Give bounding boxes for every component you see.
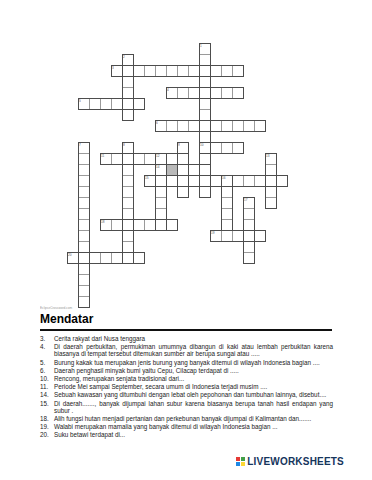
across-clue-list: 3.Cerita rakyat dari Nusa tenggara4.Di d… (40, 335, 333, 440)
clue-row: 11.Periode Mei sampai September, secara … (40, 383, 333, 390)
crossword-cell[interactable] (232, 87, 244, 99)
clue-row: 18.Alih fungsi hutan menjadi pertanian d… (40, 415, 333, 422)
clue-text: Walabi merupakan mamalia yang banyak dit… (54, 423, 333, 430)
clue-number: 11. (40, 383, 54, 390)
liveworksheets-logo-icon (236, 457, 245, 466)
clue-row: 4.Di daerah perbukitan, permukiman umumn… (40, 343, 333, 357)
watermark-text: EclipseCrossword.com (40, 306, 72, 309)
clue-number: 15. (40, 400, 54, 414)
crossword-cell[interactable] (177, 186, 189, 198)
clue-text: Rencong, merupakan senjata tradisional d… (54, 375, 333, 382)
clue-text: Burung kakak tua merupakan jenis burung … (54, 359, 333, 366)
clue-number: 3. (40, 335, 54, 342)
crossword-cell[interactable] (254, 120, 266, 132)
clue-number: 10. (40, 375, 54, 382)
clue-text: Sebuah kawasan yang ditumbuhi dengan leb… (54, 391, 333, 398)
clue-text: Alih fungsi hutan menjadi pertanian dan … (54, 415, 333, 422)
crossword-cell[interactable] (232, 142, 244, 154)
crossword-cell[interactable] (265, 197, 277, 209)
clue-text: Periode Mei sampai September, secara umu… (54, 383, 333, 390)
clue-number: 4. (40, 343, 54, 357)
crossword-cell[interactable] (232, 65, 244, 77)
clue-row: 10.Rencong, merupakan senjata tradisiona… (40, 375, 333, 382)
clue-number: 18. (40, 415, 54, 422)
clue-row: 15.Di daerah......., banyak dijumpai lah… (40, 400, 333, 414)
clue-row: 19.Walabi merupakan mamalia yang banyak … (40, 423, 333, 430)
crossword-cell[interactable] (254, 230, 266, 242)
crossword-cell[interactable] (78, 296, 90, 308)
clue-row: 14.Sebuah kawasan yang ditumbuhi dengan … (40, 391, 333, 398)
clue-number: 19. (40, 423, 54, 430)
section-heading-across: Mendatar (40, 312, 332, 331)
crossword-cell[interactable] (276, 175, 288, 187)
crossword-grid: 1234567891011121314151617181920 (0, 0, 372, 330)
crossword-cell[interactable] (133, 252, 145, 264)
clue-row: 5.Burung kakak tua merupakan jenis burun… (40, 359, 333, 366)
footer-brand[interactable]: LIVEWORKSHEETS (236, 456, 344, 467)
crossword-cell[interactable] (243, 252, 255, 264)
clue-text: Suku betawi terdapat di... (54, 431, 333, 438)
crossword-cell[interactable] (166, 219, 178, 231)
crossword-cell[interactable] (122, 109, 134, 121)
clue-number: 6. (40, 367, 54, 374)
worksheet-page: 1234567891011121314151617181920 EclipseC… (0, 0, 372, 480)
clue-row: 6.Daerah penghasil minyak bumi yaitu Cep… (40, 367, 333, 374)
clue-row: 3.Cerita rakyat dari Nusa tenggara (40, 335, 333, 342)
crossword-cell[interactable] (199, 186, 211, 198)
liveworksheets-logo-text: LIVEWORKSHEETS (247, 456, 344, 467)
clue-text: Di daerah perbukitan, permukiman umumnya… (54, 343, 333, 357)
clue-number: 20. (40, 431, 54, 438)
crossword-cell[interactable] (133, 98, 145, 110)
clue-text: Cerita rakyat dari Nusa tenggara (54, 335, 333, 342)
clue-number: 14. (40, 391, 54, 398)
clue-text: Daerah penghasil minyak bumi yaitu Cepu,… (54, 367, 333, 374)
clue-text: Di daerah......., banyak dijumpai lahan … (54, 400, 333, 414)
clue-number: 5. (40, 359, 54, 366)
clue-row: 20.Suku betawi terdapat di... (40, 431, 333, 438)
